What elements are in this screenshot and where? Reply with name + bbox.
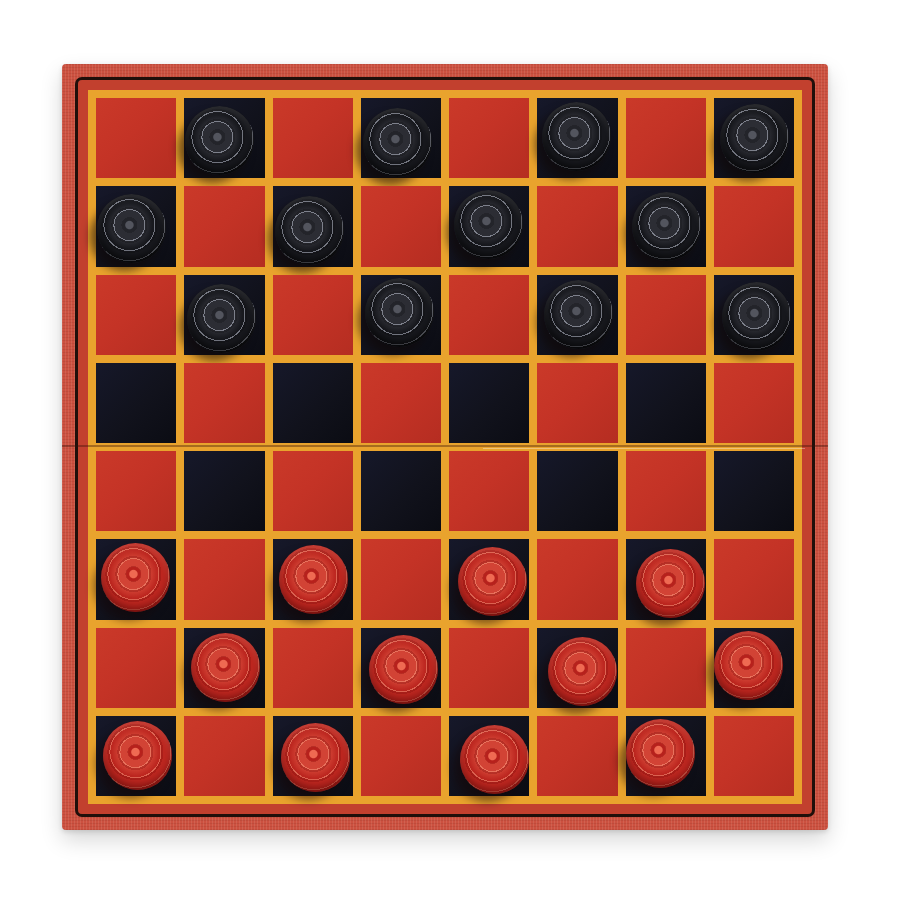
square-d7 (361, 186, 441, 266)
square-g1[interactable] (626, 716, 706, 796)
square-b8[interactable] (184, 98, 264, 178)
square-g3[interactable] (626, 539, 706, 619)
square-d4[interactable] (361, 451, 441, 531)
square-a6 (96, 275, 176, 355)
square-a4 (96, 451, 176, 531)
square-e2 (449, 628, 529, 708)
square-b4[interactable] (184, 451, 264, 531)
square-e6 (449, 275, 529, 355)
square-b6[interactable] (184, 275, 264, 355)
checker-red-d2[interactable] (369, 635, 438, 704)
square-f1 (537, 716, 617, 796)
square-e8 (449, 98, 529, 178)
checker-black-a7[interactable] (97, 194, 166, 263)
square-c2 (273, 628, 353, 708)
checker-black-h8[interactable] (720, 104, 789, 173)
square-f7 (537, 186, 617, 266)
square-d6[interactable] (361, 275, 441, 355)
checker-red-a1[interactable] (103, 721, 172, 790)
square-a3[interactable] (96, 539, 176, 619)
checker-red-c3[interactable] (279, 545, 348, 614)
square-g7[interactable] (626, 186, 706, 266)
square-f2[interactable] (537, 628, 617, 708)
square-h6[interactable] (714, 275, 794, 355)
square-e1[interactable] (449, 716, 529, 796)
square-h8[interactable] (714, 98, 794, 178)
square-b5 (184, 363, 264, 443)
square-e3[interactable] (449, 539, 529, 619)
board-grid (88, 90, 802, 804)
square-d3 (361, 539, 441, 619)
square-c3[interactable] (273, 539, 353, 619)
square-a5[interactable] (96, 363, 176, 443)
square-a7[interactable] (96, 186, 176, 266)
checker-red-e1[interactable] (460, 725, 529, 794)
checkers-board (62, 64, 828, 830)
square-c1[interactable] (273, 716, 353, 796)
checker-red-e3[interactable] (458, 547, 527, 616)
square-c5[interactable] (273, 363, 353, 443)
checker-black-d8[interactable] (363, 108, 432, 177)
square-g6 (626, 275, 706, 355)
checkers-board-photo (0, 0, 900, 900)
square-f4[interactable] (537, 451, 617, 531)
square-f6[interactable] (537, 275, 617, 355)
checker-black-h6[interactable] (722, 282, 791, 351)
square-h5 (714, 363, 794, 443)
checker-red-b2[interactable] (191, 633, 260, 702)
square-h4[interactable] (714, 451, 794, 531)
checker-black-b8[interactable] (185, 106, 254, 175)
checker-red-g1[interactable] (626, 719, 695, 788)
square-b2[interactable] (184, 628, 264, 708)
square-a8 (96, 98, 176, 178)
square-g5[interactable] (626, 363, 706, 443)
square-c6 (273, 275, 353, 355)
checker-black-b6[interactable] (187, 284, 256, 353)
square-c8 (273, 98, 353, 178)
checker-black-e7[interactable] (454, 190, 523, 259)
square-b1 (184, 716, 264, 796)
square-a1[interactable] (96, 716, 176, 796)
square-a2 (96, 628, 176, 708)
square-f3 (537, 539, 617, 619)
square-d2[interactable] (361, 628, 441, 708)
checker-black-c7[interactable] (275, 196, 344, 265)
square-h2[interactable] (714, 628, 794, 708)
square-c4 (273, 451, 353, 531)
square-d8[interactable] (361, 98, 441, 178)
checker-red-f2[interactable] (548, 637, 617, 706)
square-g4 (626, 451, 706, 531)
square-g8 (626, 98, 706, 178)
square-b3 (184, 539, 264, 619)
square-e7[interactable] (449, 186, 529, 266)
checker-black-d6[interactable] (365, 278, 434, 347)
checker-red-c1[interactable] (281, 723, 350, 792)
square-g2 (626, 628, 706, 708)
square-h1 (714, 716, 794, 796)
checker-black-f8[interactable] (542, 102, 611, 171)
checker-black-g7[interactable] (632, 192, 701, 261)
checker-black-f6[interactable] (544, 280, 613, 349)
checker-red-a3[interactable] (101, 543, 170, 612)
square-e5[interactable] (449, 363, 529, 443)
square-f8[interactable] (537, 98, 617, 178)
square-c7[interactable] (273, 186, 353, 266)
square-f5 (537, 363, 617, 443)
square-d1 (361, 716, 441, 796)
square-h7 (714, 186, 794, 266)
checker-red-h2[interactable] (714, 631, 783, 700)
square-b7 (184, 186, 264, 266)
square-d5 (361, 363, 441, 443)
square-h3 (714, 539, 794, 619)
checker-red-g3[interactable] (636, 549, 705, 618)
square-e4 (449, 451, 529, 531)
